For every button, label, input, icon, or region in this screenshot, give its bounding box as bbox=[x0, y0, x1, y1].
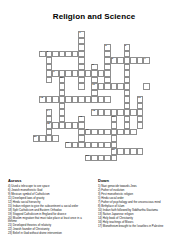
clue-number: 10 bbox=[60, 77, 63, 80]
grid-cell[interactable] bbox=[137, 148, 144, 155]
across-clues: Across 4) Used a telescope to see space6… bbox=[0, 178, 92, 236]
clue-number: 14 bbox=[47, 110, 50, 113]
clue-number: 3 bbox=[125, 45, 126, 48]
clue-number: 13 bbox=[138, 97, 141, 100]
across-clue-list: 4) Used a telescope to see space6) Jewis… bbox=[8, 185, 88, 236]
clue-number: 17 bbox=[112, 116, 115, 119]
clue-number: 23 bbox=[86, 155, 89, 158]
clue-number: 22 bbox=[112, 149, 115, 152]
clue-number: 18 bbox=[47, 123, 50, 126]
grid-cell[interactable] bbox=[46, 77, 53, 84]
clue-number: 16 bbox=[79, 116, 82, 119]
clue-number: 2 bbox=[105, 45, 106, 48]
down-clue-list: 1) Nazi genocide towards Jews2) Father o… bbox=[98, 185, 184, 228]
down-clues: Down 1) Nazi genocide towards Jews2) Fat… bbox=[92, 178, 188, 236]
clue-number: 1 bbox=[79, 32, 80, 35]
clue-number: 11 bbox=[92, 84, 95, 87]
clue-number: 15 bbox=[92, 110, 95, 113]
clue-number: 12 bbox=[40, 97, 43, 100]
clue-number: 19 bbox=[86, 129, 89, 132]
grid-cell[interactable] bbox=[137, 122, 144, 129]
clue-number: 21 bbox=[66, 142, 69, 145]
grid-cell[interactable]: 7 bbox=[143, 57, 150, 64]
clue-number: 8 bbox=[92, 64, 93, 67]
clue-item: 17) Monotheism brought to the Israelites… bbox=[98, 225, 184, 228]
grid-cell[interactable] bbox=[78, 83, 85, 90]
clue-number: 6 bbox=[112, 58, 113, 61]
clue-section: Across 4) Used a telescope to see space6… bbox=[0, 178, 188, 236]
clue-number: 5 bbox=[47, 51, 48, 54]
grid-cell[interactable] bbox=[143, 83, 150, 90]
clue-number: 7 bbox=[144, 58, 145, 61]
clue-item: 23) Belief in God without divine interve… bbox=[8, 232, 88, 235]
clue-number: 9 bbox=[53, 71, 54, 74]
grid-cell[interactable] bbox=[104, 96, 111, 103]
clue-number: 4 bbox=[40, 51, 41, 54]
void-cell bbox=[156, 155, 163, 162]
grid-cell[interactable] bbox=[52, 135, 59, 142]
clue-number: 20 bbox=[34, 136, 37, 139]
across-header: Across bbox=[8, 178, 88, 183]
puzzle-title: Religion and Science bbox=[0, 12, 188, 21]
grid-cell[interactable] bbox=[111, 155, 118, 162]
grid-cell[interactable] bbox=[130, 129, 137, 136]
crossword-grid: 1234567891011121314151617181920212223 bbox=[26, 31, 163, 161]
down-header: Down bbox=[98, 178, 184, 183]
